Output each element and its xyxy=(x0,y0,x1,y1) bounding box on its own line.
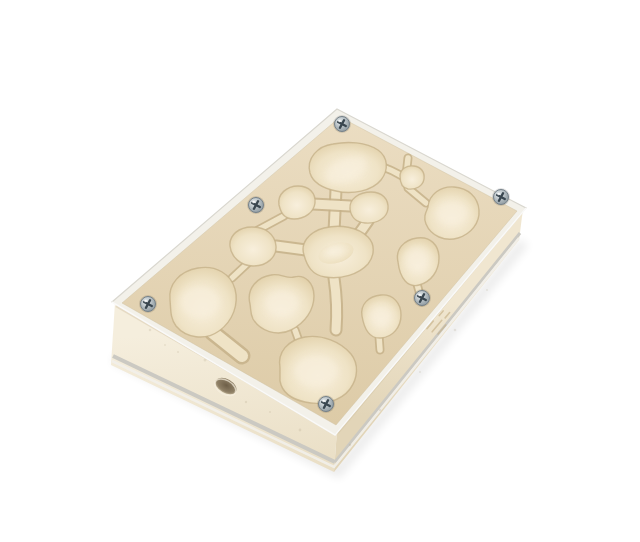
chamber-5 xyxy=(350,192,388,223)
tunnel xyxy=(334,278,337,330)
screw xyxy=(492,188,510,206)
screw xyxy=(139,295,157,313)
screw xyxy=(413,289,431,307)
tunnel xyxy=(276,246,306,250)
screw xyxy=(317,395,335,413)
screw xyxy=(333,115,351,133)
chamber-6 xyxy=(230,227,276,266)
chamber-4 xyxy=(279,186,315,219)
tunnel xyxy=(313,204,350,206)
product-photo: Overhead three-quarter product photo of … xyxy=(0,0,640,542)
nest-block xyxy=(111,109,526,472)
nest-block-illustration xyxy=(0,0,640,542)
chamber-2 xyxy=(400,166,424,189)
screw xyxy=(247,196,265,214)
